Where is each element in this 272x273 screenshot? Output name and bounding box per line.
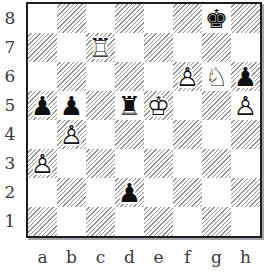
rank-label-2: 2	[0, 178, 20, 207]
file-label-d: d	[115, 243, 144, 271]
file-label-h: h	[231, 243, 260, 271]
square-c8[interactable]	[86, 4, 115, 33]
square-h3[interactable]	[231, 149, 260, 178]
square-h8[interactable]	[231, 4, 260, 33]
square-d6[interactable]	[115, 62, 144, 91]
file-label-g: g	[202, 243, 231, 271]
rank-label-7: 7	[0, 33, 20, 62]
file-label-c: c	[86, 243, 115, 271]
rank-label-6: 6	[0, 62, 20, 91]
piece-fill-white-knight: ♞	[202, 62, 231, 91]
square-e8[interactable]	[144, 4, 173, 33]
square-e7[interactable]	[144, 33, 173, 62]
piece-white-pawn-icon: ♙	[173, 62, 202, 91]
square-e3[interactable]	[144, 149, 173, 178]
square-h5[interactable]: ♟♙	[231, 91, 260, 120]
square-g2[interactable]	[202, 178, 231, 207]
file-label-a: a	[28, 243, 57, 271]
square-g8[interactable]: ♚	[202, 4, 231, 33]
square-e1[interactable]	[144, 207, 173, 236]
square-a3[interactable]: ♟♙	[28, 149, 57, 178]
square-b6[interactable]	[57, 62, 86, 91]
chess-board[interactable]: ♚♜♖♟♙♞♘♟♟♟♜♚♔♟♙♟♙♟♙♟	[26, 2, 262, 238]
square-g5[interactable]	[202, 91, 231, 120]
square-f3[interactable]	[173, 149, 202, 178]
rank-labels: 87654321	[0, 4, 20, 236]
square-d2[interactable]: ♟	[115, 178, 144, 207]
square-c4[interactable]	[86, 120, 115, 149]
square-a8[interactable]	[28, 4, 57, 33]
piece-white-pawn-icon: ♙	[231, 91, 260, 120]
square-d4[interactable]	[115, 120, 144, 149]
piece-fill-white-pawn: ♟	[57, 120, 86, 149]
chess-diagram: 87654321 ♚♜♖♟♙♞♘♟♟♟♜♚♔♟♙♟♙♟♙♟ abcdefgh	[0, 0, 272, 273]
square-h4[interactable]	[231, 120, 260, 149]
square-b3[interactable]	[57, 149, 86, 178]
square-d3[interactable]	[115, 149, 144, 178]
square-a5[interactable]: ♟	[28, 91, 57, 120]
square-h1[interactable]	[231, 207, 260, 236]
piece-black-pawn-icon: ♟	[115, 178, 144, 207]
piece-white-king-icon: ♔	[144, 91, 173, 120]
square-d7[interactable]	[115, 33, 144, 62]
square-e5[interactable]: ♚♔	[144, 91, 173, 120]
square-e6[interactable]	[144, 62, 173, 91]
piece-white-rook-icon: ♖	[86, 33, 115, 62]
piece-black-pawn-icon: ♟	[28, 91, 57, 120]
square-f6[interactable]: ♟♙	[173, 62, 202, 91]
file-label-e: e	[144, 243, 173, 271]
piece-fill-white-king: ♚	[144, 91, 173, 120]
rank-label-1: 1	[0, 207, 20, 236]
rank-label-8: 8	[0, 4, 20, 33]
square-b2[interactable]	[57, 178, 86, 207]
square-a7[interactable]	[28, 33, 57, 62]
square-f4[interactable]	[173, 120, 202, 149]
file-label-f: f	[173, 243, 202, 271]
square-b4[interactable]: ♟♙	[57, 120, 86, 149]
square-g1[interactable]	[202, 207, 231, 236]
square-f8[interactable]	[173, 4, 202, 33]
square-f7[interactable]	[173, 33, 202, 62]
square-c3[interactable]	[86, 149, 115, 178]
square-f5[interactable]	[173, 91, 202, 120]
piece-black-pawn-icon: ♟	[231, 62, 260, 91]
piece-white-pawn-icon: ♙	[28, 149, 57, 178]
square-g6[interactable]: ♞♘	[202, 62, 231, 91]
square-g4[interactable]	[202, 120, 231, 149]
square-a6[interactable]	[28, 62, 57, 91]
square-h6[interactable]: ♟	[231, 62, 260, 91]
piece-fill-white-pawn: ♟	[28, 149, 57, 178]
square-c7[interactable]: ♜♖	[86, 33, 115, 62]
square-d8[interactable]	[115, 4, 144, 33]
piece-black-rook-icon: ♜	[115, 91, 144, 120]
square-b7[interactable]	[57, 33, 86, 62]
square-b1[interactable]	[57, 207, 86, 236]
file-label-b: b	[57, 243, 86, 271]
piece-fill-white-pawn: ♟	[173, 62, 202, 91]
square-b5[interactable]: ♟	[57, 91, 86, 120]
square-g3[interactable]	[202, 149, 231, 178]
square-a1[interactable]	[28, 207, 57, 236]
square-f2[interactable]	[173, 178, 202, 207]
piece-fill-white-pawn: ♟	[231, 91, 260, 120]
rank-label-3: 3	[0, 149, 20, 178]
square-d5[interactable]: ♜	[115, 91, 144, 120]
square-e4[interactable]	[144, 120, 173, 149]
square-h2[interactable]	[231, 178, 260, 207]
piece-white-knight-icon: ♘	[202, 62, 231, 91]
square-b8[interactable]	[57, 4, 86, 33]
square-e2[interactable]	[144, 178, 173, 207]
square-d1[interactable]	[115, 207, 144, 236]
square-c6[interactable]	[86, 62, 115, 91]
rank-label-5: 5	[0, 91, 20, 120]
square-c2[interactable]	[86, 178, 115, 207]
piece-white-pawn-icon: ♙	[57, 120, 86, 149]
rank-label-4: 4	[0, 120, 20, 149]
piece-black-pawn-icon: ♟	[57, 91, 86, 120]
square-g7[interactable]	[202, 33, 231, 62]
square-f1[interactable]	[173, 207, 202, 236]
square-c1[interactable]	[86, 207, 115, 236]
piece-fill-white-rook: ♜	[86, 33, 115, 62]
file-labels: abcdefgh	[28, 243, 260, 271]
square-a4[interactable]	[28, 120, 57, 149]
square-a2[interactable]	[28, 178, 57, 207]
square-c5[interactable]	[86, 91, 115, 120]
piece-black-king-icon: ♚	[202, 4, 231, 33]
square-h7[interactable]	[231, 33, 260, 62]
